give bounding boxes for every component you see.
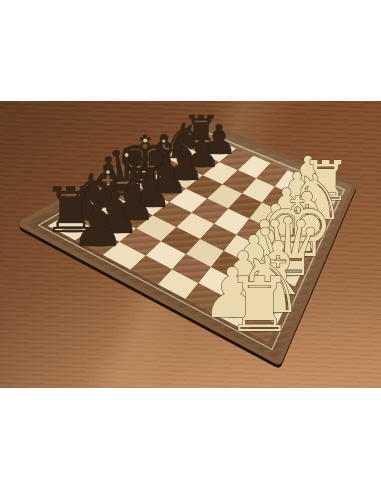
piece-glyph: ♟ [71, 190, 125, 260]
chessboard: ♜♟♞♟♝♟♚♟♟♛♜♟♝♟♞♞♟♟♜♟♝♟♟♚♟♛♟♝♟♞♟♜ [0, 101, 381, 388]
piece-black-pawn-a7: ♟ [71, 190, 125, 260]
piece-glyph: ♜ [225, 261, 293, 349]
page: { "game": "chess", "scene_description": … [0, 0, 381, 492]
piece-white-rook-a1: ♜ [225, 261, 293, 349]
chess-photo: ♜♟♞♟♝♟♚♟♟♛♜♟♝♟♞♞♟♟♜♟♝♟♟♚♟♛♟♝♟♞♟♜ [0, 101, 381, 388]
